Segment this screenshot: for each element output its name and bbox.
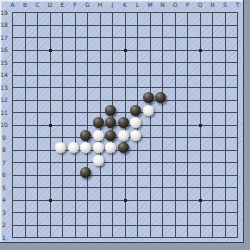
- grid-line: [162, 12, 163, 238]
- white-stone: [93, 155, 104, 166]
- column-label: Q: [196, 1, 205, 8]
- row-label: 1: [0, 234, 8, 241]
- white-stone: [118, 130, 129, 141]
- grid-line: [212, 12, 213, 238]
- column-label: S: [221, 1, 230, 8]
- grid-line: [12, 225, 238, 226]
- star-point: [49, 124, 52, 127]
- column-label: D: [46, 1, 55, 8]
- column-label: A: [8, 1, 17, 8]
- row-label: 9: [0, 134, 8, 141]
- black-stone: [93, 117, 104, 128]
- white-stone: [55, 142, 66, 153]
- row-label: 6: [0, 171, 8, 178]
- black-stone: [105, 117, 116, 128]
- row-label: 5: [0, 184, 8, 191]
- row-label: 16: [0, 46, 8, 53]
- column-label: H: [96, 1, 105, 8]
- star-point: [49, 49, 52, 52]
- row-label: 2: [0, 221, 8, 228]
- white-stone: [143, 105, 154, 116]
- row-label: 18: [0, 21, 8, 28]
- black-stone: [155, 92, 166, 103]
- row-label: 3: [0, 209, 8, 216]
- grid-line: [12, 187, 238, 188]
- row-label: 15: [0, 59, 8, 66]
- grid-line: [12, 162, 238, 163]
- white-stone: [130, 117, 141, 128]
- column-label: L: [133, 1, 142, 8]
- column-label: K: [121, 1, 130, 8]
- star-point: [49, 199, 52, 202]
- row-label: 4: [0, 196, 8, 203]
- grid-line: [225, 12, 226, 238]
- white-stone: [105, 142, 116, 153]
- row-label: 13: [0, 84, 8, 91]
- column-label: P: [183, 1, 192, 8]
- black-stone: [80, 167, 91, 178]
- white-stone: [93, 142, 104, 153]
- column-label: E: [58, 1, 67, 8]
- white-stone: [80, 142, 91, 153]
- row-label: 19: [0, 9, 8, 16]
- black-stone: [118, 117, 129, 128]
- black-stone: [105, 130, 116, 141]
- row-label: 14: [0, 71, 8, 78]
- column-label: N: [158, 1, 167, 8]
- row-label: 8: [0, 146, 8, 153]
- grid-line: [175, 12, 176, 238]
- white-stone: [68, 142, 79, 153]
- column-label: B: [21, 1, 30, 8]
- grid-line: [237, 12, 238, 238]
- black-stone: [130, 105, 141, 116]
- grid-line: [187, 12, 188, 238]
- star-point: [199, 199, 202, 202]
- row-label: 7: [0, 159, 8, 166]
- grid-line: [150, 12, 151, 238]
- column-label: F: [71, 1, 80, 8]
- grid-line: [12, 175, 238, 176]
- black-stone: [143, 92, 154, 103]
- column-label: C: [33, 1, 42, 8]
- white-stone: [130, 130, 141, 141]
- white-stone: [93, 130, 104, 141]
- row-label: 12: [0, 96, 8, 103]
- star-point: [124, 199, 127, 202]
- star-point: [199, 124, 202, 127]
- column-label: M: [146, 1, 155, 8]
- column-label: G: [83, 1, 92, 8]
- black-stone: [105, 105, 116, 116]
- go-client-window: ABCDEFGHJKLMNOPQRST191817161514131211109…: [0, 0, 250, 250]
- star-point: [124, 49, 127, 52]
- row-label: 11: [0, 109, 8, 116]
- row-label: 17: [0, 34, 8, 41]
- row-label: 10: [0, 121, 8, 128]
- column-label: J: [108, 1, 117, 8]
- column-label: T: [233, 1, 242, 8]
- column-label: R: [208, 1, 217, 8]
- black-stone: [80, 130, 91, 141]
- go-board[interactable]: ABCDEFGHJKLMNOPQRST191817161514131211109…: [0, 0, 244, 243]
- column-label: O: [171, 1, 180, 8]
- black-stone: [118, 142, 129, 153]
- star-point: [199, 49, 202, 52]
- grid-line: [12, 212, 238, 213]
- grid-line: [12, 237, 238, 238]
